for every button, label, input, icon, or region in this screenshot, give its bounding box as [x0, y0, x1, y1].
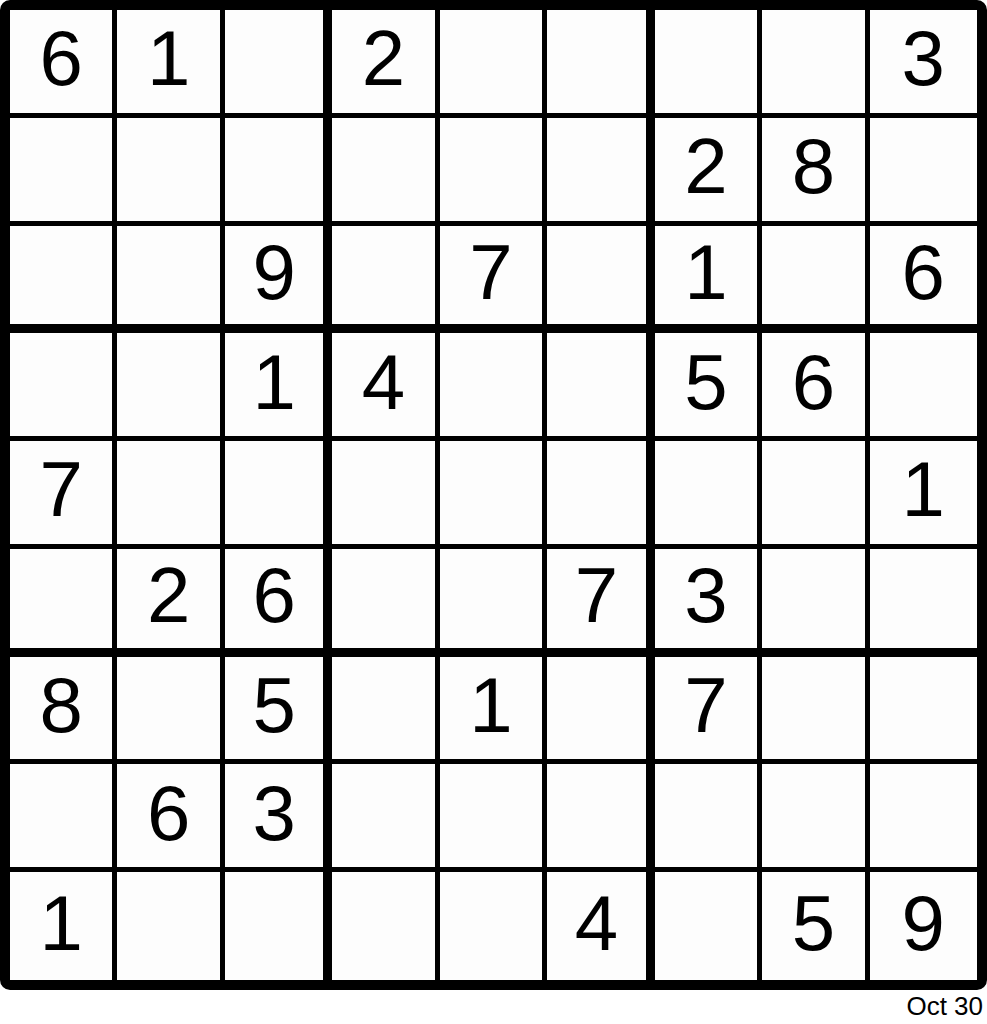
cell-r7c2[interactable]: [117, 657, 224, 765]
cell-r1c1[interactable]: 6: [10, 10, 117, 118]
cell-r8c4[interactable]: [332, 764, 439, 872]
cell-r3c9[interactable]: 6: [870, 226, 977, 334]
cell-r8c2[interactable]: 6: [117, 764, 224, 872]
cell-r1c2[interactable]: 1: [117, 10, 224, 118]
cell-r6c4[interactable]: [332, 549, 439, 657]
cell-r6c1[interactable]: [10, 549, 117, 657]
cell-r3c1[interactable]: [10, 226, 117, 334]
cell-r3c8[interactable]: [762, 226, 869, 334]
cell-r8c3[interactable]: 3: [225, 764, 332, 872]
cell-r4c2[interactable]: [117, 333, 224, 441]
cell-r9c9[interactable]: 9: [870, 872, 977, 980]
cell-r1c5[interactable]: [440, 10, 547, 118]
cell-r6c7[interactable]: 3: [655, 549, 762, 657]
cell-r9c5[interactable]: [440, 872, 547, 980]
cell-r5c6[interactable]: [547, 441, 654, 549]
cell-r5c5[interactable]: [440, 441, 547, 549]
cell-r1c6[interactable]: [547, 10, 654, 118]
cell-r4c4[interactable]: 4: [332, 333, 439, 441]
cell-r2c7[interactable]: 2: [655, 118, 762, 226]
cell-r1c4[interactable]: 2: [332, 10, 439, 118]
cell-r4c3[interactable]: 1: [225, 333, 332, 441]
cell-r3c5[interactable]: 7: [440, 226, 547, 334]
cell-r5c8[interactable]: [762, 441, 869, 549]
cell-r2c5[interactable]: [440, 118, 547, 226]
cell-r7c4[interactable]: [332, 657, 439, 765]
cell-r5c2[interactable]: [117, 441, 224, 549]
cell-r8c1[interactable]: [10, 764, 117, 872]
cell-r5c4[interactable]: [332, 441, 439, 549]
cell-r4c9[interactable]: [870, 333, 977, 441]
cell-r7c6[interactable]: [547, 657, 654, 765]
cell-r1c9[interactable]: 3: [870, 10, 977, 118]
cell-r2c3[interactable]: [225, 118, 332, 226]
cell-r2c2[interactable]: [117, 118, 224, 226]
cell-r7c9[interactable]: [870, 657, 977, 765]
sudoku-board: 612328971614567126738517631459: [0, 0, 987, 990]
cell-r9c7[interactable]: [655, 872, 762, 980]
cell-r2c4[interactable]: [332, 118, 439, 226]
cell-r5c9[interactable]: 1: [870, 441, 977, 549]
cell-r3c4[interactable]: [332, 226, 439, 334]
cell-r3c7[interactable]: 1: [655, 226, 762, 334]
cell-r5c3[interactable]: [225, 441, 332, 549]
cell-r6c6[interactable]: 7: [547, 549, 654, 657]
cell-r1c8[interactable]: [762, 10, 869, 118]
cell-r9c3[interactable]: [225, 872, 332, 980]
cell-r4c8[interactable]: 6: [762, 333, 869, 441]
cell-r9c2[interactable]: [117, 872, 224, 980]
cell-r5c7[interactable]: [655, 441, 762, 549]
cell-r6c8[interactable]: [762, 549, 869, 657]
cell-r8c8[interactable]: [762, 764, 869, 872]
cell-r6c9[interactable]: [870, 549, 977, 657]
cell-r6c3[interactable]: 6: [225, 549, 332, 657]
cell-r4c7[interactable]: 5: [655, 333, 762, 441]
cell-r1c3[interactable]: [225, 10, 332, 118]
cell-r2c6[interactable]: [547, 118, 654, 226]
cell-r8c9[interactable]: [870, 764, 977, 872]
cell-r7c1[interactable]: 8: [10, 657, 117, 765]
cell-r7c8[interactable]: [762, 657, 869, 765]
cell-r3c3[interactable]: 9: [225, 226, 332, 334]
cell-r9c6[interactable]: 4: [547, 872, 654, 980]
cell-r2c9[interactable]: [870, 118, 977, 226]
cell-r8c7[interactable]: [655, 764, 762, 872]
cell-r2c8[interactable]: 8: [762, 118, 869, 226]
cell-r4c5[interactable]: [440, 333, 547, 441]
cell-r1c7[interactable]: [655, 10, 762, 118]
cell-r8c6[interactable]: [547, 764, 654, 872]
cell-r4c1[interactable]: [10, 333, 117, 441]
cell-r5c1[interactable]: 7: [10, 441, 117, 549]
cell-r7c3[interactable]: 5: [225, 657, 332, 765]
puzzle-date: Oct 30: [906, 992, 983, 1021]
cell-r4c6[interactable]: [547, 333, 654, 441]
cell-r8c5[interactable]: [440, 764, 547, 872]
cell-r6c5[interactable]: [440, 549, 547, 657]
cell-r7c5[interactable]: 1: [440, 657, 547, 765]
cell-r9c4[interactable]: [332, 872, 439, 980]
cell-r9c1[interactable]: 1: [10, 872, 117, 980]
cell-r3c6[interactable]: [547, 226, 654, 334]
cell-r7c7[interactable]: 7: [655, 657, 762, 765]
cell-r2c1[interactable]: [10, 118, 117, 226]
cell-r9c8[interactable]: 5: [762, 872, 869, 980]
sudoku-page: 612328971614567126738517631459 Oct 30: [0, 0, 987, 1024]
cell-r6c2[interactable]: 2: [117, 549, 224, 657]
cell-r3c2[interactable]: [117, 226, 224, 334]
